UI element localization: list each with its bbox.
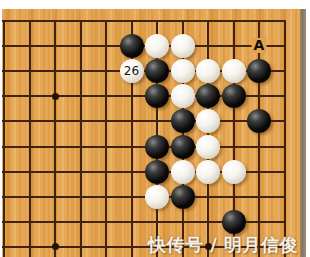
grid-line-horizontal bbox=[2, 146, 285, 148]
black-stone-p14 bbox=[171, 135, 195, 159]
grid-line-horizontal bbox=[2, 20, 285, 22]
black-stone-p12 bbox=[171, 185, 195, 209]
star-point-k10 bbox=[52, 243, 59, 250]
point-label-a: A bbox=[252, 38, 267, 53]
grid-line-horizontal bbox=[2, 196, 285, 198]
black-stone-n18 bbox=[120, 34, 144, 58]
black-stone-s17 bbox=[247, 59, 271, 83]
star-point-k16 bbox=[52, 93, 59, 100]
grid-line-horizontal bbox=[2, 45, 285, 47]
black-stone-o17 bbox=[145, 59, 169, 83]
white-stone-p17 bbox=[171, 59, 195, 83]
black-stone-o13 bbox=[145, 160, 169, 184]
white-stone-r17 bbox=[222, 59, 246, 83]
white-stone-r13 bbox=[222, 160, 246, 184]
go-diagram-image: 26A 快传号 / 明月信俊 bbox=[0, 0, 310, 257]
white-stone-q17 bbox=[196, 59, 220, 83]
white-stone-o18 bbox=[145, 34, 169, 58]
white-stone-o12 bbox=[145, 185, 169, 209]
white-stone-q13 bbox=[196, 160, 220, 184]
grid-line-horizontal bbox=[2, 120, 285, 122]
move-number-label: 26 bbox=[124, 65, 139, 77]
black-stone-o14 bbox=[145, 135, 169, 159]
white-stone-p13 bbox=[171, 160, 195, 184]
white-stone-p16 bbox=[171, 84, 195, 108]
watermark-text: 快传号 / 明月信俊 bbox=[148, 233, 298, 257]
white-stone-p18 bbox=[171, 34, 195, 58]
white-stone-n17-move-26: 26 bbox=[120, 59, 144, 83]
board-right-edge-shadow bbox=[300, 9, 306, 257]
white-stone-q14 bbox=[196, 135, 220, 159]
black-stone-p15 bbox=[171, 109, 195, 133]
black-stone-r11 bbox=[222, 210, 246, 234]
black-stone-r16 bbox=[222, 84, 246, 108]
